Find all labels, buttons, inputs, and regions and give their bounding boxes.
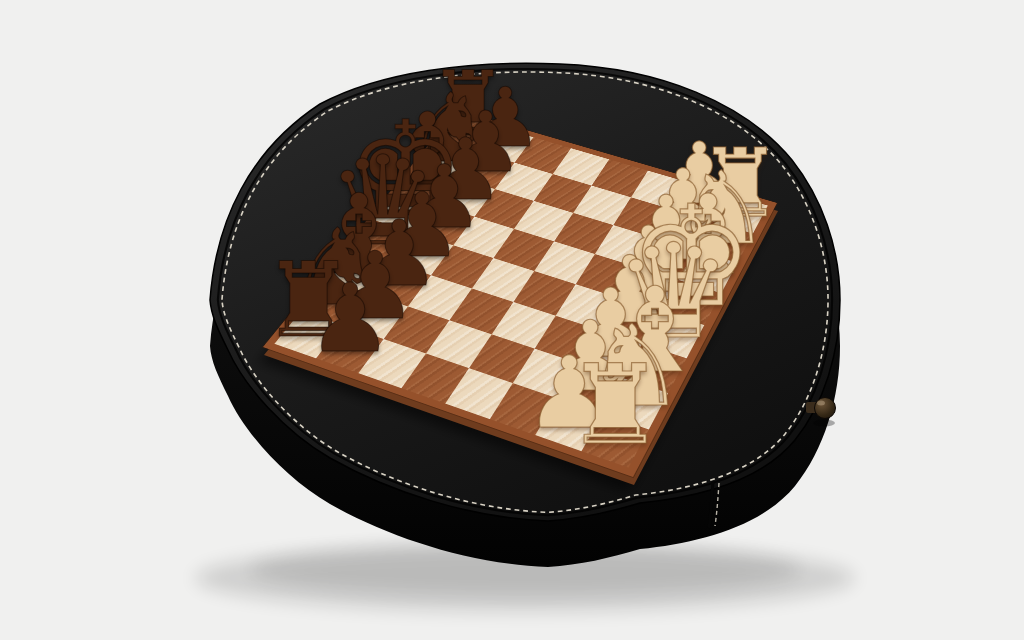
drawer-knob-head — [815, 398, 836, 419]
chess-set-product-photo: ♜♟♟♜♞♟♟♞♝♟♟♝♚♟♟♚♛♟♟♛♝♟♟♝♞♟♟♞♜♟♟♜ — [0, 0, 1024, 640]
drawer-knob-highlight — [817, 401, 825, 406]
drawer-knob-shadow — [813, 420, 835, 427]
